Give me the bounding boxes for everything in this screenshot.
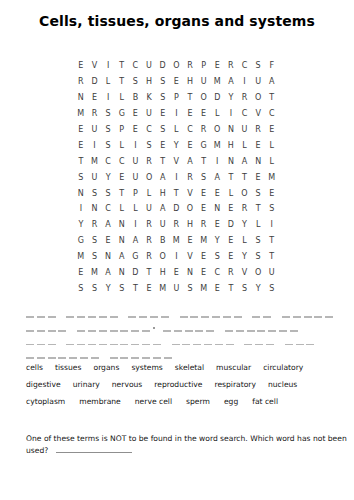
grid-cell[interactable]: T [251, 201, 265, 217]
grid-cell[interactable]: R [238, 90, 252, 106]
letter-blank [185, 330, 193, 332]
grid-cell[interactable]: S [156, 90, 170, 106]
grid-cell[interactable]: S [88, 185, 102, 201]
grid-cell[interactable]: E [129, 122, 143, 138]
grid-cell[interactable]: O [156, 249, 170, 265]
grid-cell[interactable]: P [129, 185, 143, 201]
grid-cell[interactable]: S [251, 233, 265, 249]
grid-cell[interactable]: N [74, 185, 88, 201]
grid-cell[interactable]: T [197, 153, 211, 169]
grid-cell[interactable]: R [142, 153, 156, 169]
grid-cell[interactable]: E [115, 169, 129, 185]
letter-blank [247, 330, 255, 332]
grid-cell[interactable]: M [265, 169, 279, 185]
letter-blank [206, 330, 214, 332]
grid-cell[interactable]: I [101, 90, 115, 106]
grid-cell[interactable]: R [88, 106, 102, 122]
grid-cell[interactable]: E [156, 137, 170, 153]
grid-cell[interactable]: L [115, 201, 129, 217]
grid-cell[interactable]: S [74, 169, 88, 185]
word-bank-term: reproductive [154, 380, 202, 389]
grid-cell[interactable]: E [197, 249, 211, 265]
grid-cell[interactable]: G [115, 106, 129, 122]
letter-blank [215, 344, 223, 346]
letter-blank [80, 357, 88, 359]
letter-blank [37, 344, 45, 346]
message-word-blank [163, 330, 217, 332]
grid-cell[interactable]: M [169, 233, 183, 249]
grid-cell[interactable]: E [224, 233, 238, 249]
grid-cell[interactable]: U [197, 74, 211, 90]
grid-cell[interactable]: H [183, 217, 197, 233]
grid-cell[interactable]: Y [238, 217, 252, 233]
grid-cell[interactable]: E [210, 58, 224, 74]
message-word-blank [180, 316, 245, 318]
grid-cell[interactable]: U [142, 106, 156, 122]
letter-blank [142, 330, 150, 332]
grid-cell[interactable]: N [224, 122, 238, 138]
word-bank-term: systems [131, 363, 162, 372]
grid-cell[interactable]: L [210, 106, 224, 122]
grid-cell[interactable]: E [210, 217, 224, 233]
grid-cell[interactable]: V [238, 265, 252, 281]
letter-blank [91, 357, 99, 359]
grid-cell[interactable]: C [238, 58, 252, 74]
grid-cell[interactable]: E [265, 122, 279, 138]
grid-cell[interactable]: U [142, 58, 156, 74]
grid-cell[interactable]: L [142, 185, 156, 201]
grid-cell[interactable]: N [115, 233, 129, 249]
letter-blank [204, 344, 212, 346]
grid-cell[interactable]: O [251, 90, 265, 106]
grid-cell[interactable]: I [265, 217, 279, 233]
grid-cell[interactable]: E [183, 233, 197, 249]
word-bank-term: fat cell [252, 397, 278, 406]
letter-blank [77, 330, 85, 332]
grid-cell[interactable]: E [197, 185, 211, 201]
grid-cell[interactable]: R [197, 217, 211, 233]
grid-cell[interactable]: E [142, 280, 156, 296]
grid-cell[interactable]: E [197, 265, 211, 281]
grid-cell[interactable]: I [88, 137, 102, 153]
worksheet-page: Cells, tissues, organs and systems EVITC… [0, 0, 354, 500]
grid-cell[interactable]: R [169, 217, 183, 233]
grid-cell[interactable]: L [238, 137, 252, 153]
grid-cell[interactable]: N [251, 153, 265, 169]
letter-blank [285, 344, 293, 346]
grid-cell[interactable]: S [88, 280, 102, 296]
grid-cell[interactable]: T [224, 280, 238, 296]
letter-blank [110, 330, 118, 332]
grid-cell[interactable]: Y [169, 137, 183, 153]
grid-cell[interactable]: T [238, 169, 252, 185]
word-bank-term: egg [224, 397, 238, 406]
grid-cell[interactable]: G [129, 249, 143, 265]
grid-cell[interactable]: L [224, 185, 238, 201]
grid-cell[interactable]: C [142, 122, 156, 138]
grid-cell[interactable]: E [183, 106, 197, 122]
grid-cell[interactable]: E [197, 106, 211, 122]
letter-blank [182, 344, 190, 346]
grid-cell[interactable]: E [74, 58, 88, 74]
word-bank-term: nervous [112, 380, 143, 389]
grid-cell[interactable]: A [156, 201, 170, 217]
grid-cell[interactable]: M [197, 233, 211, 249]
letter-blank [234, 316, 242, 318]
grid-cell[interactable]: S [115, 280, 129, 296]
grid-cell[interactable]: L [265, 153, 279, 169]
grid-cell[interactable]: R [224, 265, 238, 281]
grid-cell[interactable]: S [238, 280, 252, 296]
grid-cell[interactable]: N [101, 249, 115, 265]
grid-cell[interactable]: C [101, 201, 115, 217]
grid-cell[interactable]: E [251, 137, 265, 153]
grid-cell[interactable]: Y [101, 169, 115, 185]
grid-cell[interactable]: N [115, 217, 129, 233]
grid-cell[interactable]: D [129, 265, 143, 281]
grid-cell[interactable]: M [74, 106, 88, 122]
grid-cell[interactable]: E [197, 201, 211, 217]
grid-cell[interactable]: T [265, 90, 279, 106]
letter-blank [120, 344, 128, 346]
word-bank: cellstissuesorganssystemsskeletalmuscula… [26, 363, 303, 415]
grid-cell[interactable]: A [265, 74, 279, 90]
grid-cell[interactable]: G [197, 137, 211, 153]
grid-cell[interactable]: C [183, 122, 197, 138]
letter-blank [66, 316, 74, 318]
word-bank-term: tissues [55, 363, 81, 372]
grid-cell[interactable]: Y [224, 90, 238, 106]
grid-cell[interactable]: E [156, 106, 170, 122]
grid-cell[interactable]: T [224, 169, 238, 185]
letter-blank [252, 316, 260, 318]
grid-cell[interactable]: Y [210, 233, 224, 249]
grid-cell[interactable]: H [142, 74, 156, 90]
period-mark [153, 327, 155, 329]
grid-cell[interactable]: S [101, 122, 115, 138]
grid-cell[interactable]: C [129, 58, 143, 74]
grid-cell[interactable]: E [210, 280, 224, 296]
letter-blank [110, 316, 118, 318]
grid-cell[interactable]: M [74, 249, 88, 265]
grid-cell[interactable]: I [74, 201, 88, 217]
question-section: One of these terms is NOT to be found in… [26, 433, 347, 456]
grid-cell[interactable]: R [238, 201, 252, 217]
grid-cell[interactable]: M [88, 265, 102, 281]
letter-blank [128, 316, 136, 318]
grid-cell[interactable]: I [169, 169, 183, 185]
grid-cell[interactable]: L [238, 233, 252, 249]
grid-cell[interactable]: U [129, 169, 143, 185]
grid-cell[interactable]: K [142, 90, 156, 106]
grid-cell[interactable]: O [169, 58, 183, 74]
message-word-blank [172, 344, 237, 346]
grid-cell[interactable]: C [115, 153, 129, 169]
grid-cell[interactable]: T [183, 90, 197, 106]
grid-cell[interactable]: E [129, 106, 143, 122]
grid-cell[interactable]: S [251, 185, 265, 201]
grid-cell[interactable]: I [169, 106, 183, 122]
grid-cell[interactable]: I [169, 249, 183, 265]
grid-cell[interactable]: S [142, 137, 156, 153]
grid-cell[interactable]: Y [101, 280, 115, 296]
grid-cell[interactable]: I [129, 137, 143, 153]
grid-cell[interactable]: I [129, 217, 143, 233]
grid-cell[interactable]: R [142, 233, 156, 249]
grid-cell[interactable]: N [183, 265, 197, 281]
grid-cell[interactable]: N [88, 201, 102, 217]
grid-cell[interactable]: U [88, 169, 102, 185]
grid-cell[interactable]: H [224, 137, 238, 153]
word-bank-term: skeletal [175, 363, 204, 372]
grid-cell[interactable]: U [129, 153, 143, 169]
answer-blank-line[interactable] [56, 445, 132, 453]
letter-blank [77, 316, 85, 318]
grid-cell[interactable]: C [265, 106, 279, 122]
word-bank-term: digestive [26, 380, 61, 389]
grid-cell[interactable]: O [197, 90, 211, 106]
letter-blank [110, 357, 118, 359]
letter-blank [131, 357, 139, 359]
grid-cell[interactable]: N [74, 90, 88, 106]
hidden-message-lines [26, 314, 344, 368]
letter-blank [150, 316, 158, 318]
grid-cell[interactable]: H [156, 185, 170, 201]
grid-cell[interactable]: S [265, 201, 279, 217]
grid-cell[interactable]: U [251, 74, 265, 90]
letter-blank [161, 316, 169, 318]
message-word-blank [26, 316, 58, 318]
grid-cell[interactable]: M [88, 153, 102, 169]
grid-cell[interactable]: I [210, 153, 224, 169]
grid-cell[interactable]: Y [74, 217, 88, 233]
grid-cell[interactable]: T [265, 249, 279, 265]
grid-cell[interactable]: M [210, 74, 224, 90]
grid-cell[interactable]: I [224, 106, 238, 122]
word-bank-term: organs [93, 363, 119, 372]
grid-cell[interactable]: D [224, 217, 238, 233]
grid-cell[interactable]: E [169, 74, 183, 90]
grid-cell[interactable]: E [169, 265, 183, 281]
letter-blank [142, 357, 150, 359]
letter-blank [142, 344, 150, 346]
grid-cell[interactable]: T [74, 153, 88, 169]
grid-cell[interactable]: S [74, 280, 88, 296]
letter-blank [290, 330, 298, 332]
grid-cell[interactable]: Y [251, 280, 265, 296]
letter-blank [110, 344, 118, 346]
grid-cell[interactable]: S [88, 249, 102, 265]
grid-cell[interactable]: A [115, 249, 129, 265]
grid-cell[interactable]: R [197, 122, 211, 138]
grid-cell[interactable]: N [224, 153, 238, 169]
letter-blank [88, 316, 96, 318]
grid-cell[interactable]: A [210, 169, 224, 185]
grid-cell[interactable]: D [88, 74, 102, 90]
grid-cell[interactable]: L [115, 90, 129, 106]
letter-blank [37, 330, 45, 332]
word-bank-term: urinary [73, 380, 100, 389]
grid-cell[interactable]: N [210, 201, 224, 217]
grid-cell[interactable]: S [251, 249, 265, 265]
grid-cell[interactable]: V [169, 153, 183, 169]
grid-cell[interactable]: T [169, 185, 183, 201]
grid-cell[interactable]: S [88, 233, 102, 249]
grid-cell[interactable]: T [115, 185, 129, 201]
grid-cell[interactable]: U [142, 201, 156, 217]
grid-cell[interactable]: B [156, 233, 170, 249]
grid-cell[interactable]: B [129, 90, 143, 106]
letter-blank [99, 316, 107, 318]
grid-cell[interactable]: H [156, 265, 170, 281]
grid-cell[interactable]: S [101, 137, 115, 153]
grid-cell[interactable]: U [88, 122, 102, 138]
grid-cell[interactable]: C [210, 265, 224, 281]
grid-cell[interactable]: D [156, 58, 170, 74]
grid-cell[interactable]: E [74, 265, 88, 281]
grid-cell[interactable]: U [169, 280, 183, 296]
grid-cell[interactable]: S [251, 58, 265, 74]
grid-cell[interactable]: A [183, 153, 197, 169]
grid-cell[interactable]: U [238, 122, 252, 138]
message-word-blank [225, 330, 301, 332]
grid-cell[interactable]: A [238, 153, 252, 169]
grid-cell[interactable]: L [101, 74, 115, 90]
message-word-blank [285, 344, 317, 346]
grid-cell[interactable]: V [251, 106, 265, 122]
grid-cell[interactable]: H [183, 74, 197, 90]
word-bank-term: muscular [216, 363, 251, 372]
grid-cell[interactable]: M [156, 280, 170, 296]
grid-cell[interactable]: S [101, 185, 115, 201]
word-bank-row: digestiveurinarynervousreproductiverespi… [26, 380, 303, 389]
grid-cell[interactable]: P [115, 122, 129, 138]
letter-blank [223, 316, 231, 318]
letter-blank [306, 344, 314, 346]
grid-cell[interactable]: C [101, 153, 115, 169]
grid-cell[interactable]: T [265, 233, 279, 249]
grid-cell[interactable]: R [142, 217, 156, 233]
grid-cell[interactable]: G [74, 233, 88, 249]
letter-blank [172, 344, 180, 346]
letter-blank [88, 344, 96, 346]
grid-cell[interactable]: O [251, 265, 265, 281]
grid-cell[interactable]: E [74, 137, 88, 153]
letter-blank [174, 330, 182, 332]
grid-cell[interactable]: T [142, 265, 156, 281]
grid-cell[interactable]: L [169, 122, 183, 138]
grid-cell[interactable]: P [169, 90, 183, 106]
grid-cell[interactable]: V [88, 58, 102, 74]
grid-cell[interactable]: E [265, 185, 279, 201]
grid-cell[interactable]: L [115, 137, 129, 153]
grid-cell[interactable]: R [74, 74, 88, 90]
grid-cell[interactable]: S [129, 74, 143, 90]
grid-cell[interactable]: S [210, 249, 224, 265]
grid-cell[interactable]: P [197, 58, 211, 74]
grid-cell[interactable]: O [238, 185, 252, 201]
grid-cell[interactable]: E [224, 249, 238, 265]
word-bank-term: nucleus [268, 380, 297, 389]
grid-cell[interactable]: U [156, 217, 170, 233]
grid-cell[interactable]: M [210, 137, 224, 153]
grid-cell[interactable]: I [238, 74, 252, 90]
grid-cell[interactable]: A [156, 169, 170, 185]
letter-blank [201, 316, 209, 318]
grid-cell[interactable]: V [183, 185, 197, 201]
grid-cell[interactable]: A [101, 217, 115, 233]
grid-cell[interactable]: A [129, 233, 143, 249]
grid-cell[interactable]: N [115, 265, 129, 281]
grid-cell[interactable]: L [251, 217, 265, 233]
grid-cell[interactable]: T [156, 153, 170, 169]
grid-cell[interactable]: E [251, 169, 265, 185]
grid-cell[interactable]: R [251, 122, 265, 138]
letter-blank [255, 344, 263, 346]
letter-blank [257, 330, 265, 332]
grid-cell[interactable]: D [169, 201, 183, 217]
grid-cell[interactable]: S [156, 122, 170, 138]
grid-cell[interactable]: R [88, 217, 102, 233]
grid-cell[interactable]: R [183, 58, 197, 74]
grid-cell[interactable]: V [183, 249, 197, 265]
grid-cell[interactable]: E [210, 185, 224, 201]
grid-cell[interactable]: F [265, 58, 279, 74]
grid-cell[interactable]: L [265, 137, 279, 153]
question-text-line2: used? [26, 446, 48, 455]
letter-blank [212, 316, 220, 318]
letter-blank [195, 330, 203, 332]
grid-cell[interactable]: M [197, 280, 211, 296]
grid-cell[interactable]: R [183, 169, 197, 185]
letter-blank [48, 357, 56, 359]
grid-cell[interactable]: T [115, 74, 129, 90]
grid-cell[interactable]: O [142, 169, 156, 185]
grid-cell[interactable]: E [224, 201, 238, 217]
letter-blank [304, 316, 312, 318]
letter-blank [48, 316, 56, 318]
grid-cell[interactable]: S [265, 280, 279, 296]
grid-cell[interactable]: Y [238, 249, 252, 265]
message-line [26, 341, 344, 345]
grid-cell[interactable]: D [210, 90, 224, 106]
grid-cell[interactable]: S [156, 74, 170, 90]
grid-cell[interactable]: S [183, 280, 197, 296]
grid-cell[interactable]: U [265, 265, 279, 281]
grid-cell[interactable]: L [129, 201, 143, 217]
grid-cell[interactable]: I [101, 58, 115, 74]
grid-cell[interactable]: E [88, 90, 102, 106]
grid-cell[interactable]: A [224, 74, 238, 90]
grid-cell[interactable]: R [142, 249, 156, 265]
grid-cell[interactable]: E [74, 122, 88, 138]
grid-cell[interactable]: T [129, 280, 143, 296]
grid-cell[interactable]: R [224, 58, 238, 74]
letter-blank [180, 316, 188, 318]
grid-cell[interactable]: C [238, 106, 252, 122]
grid-cell[interactable]: E [101, 233, 115, 249]
grid-cell[interactable]: T [115, 58, 129, 74]
letter-blank [99, 330, 107, 332]
grid-cell[interactable]: E [183, 137, 197, 153]
grid-cell[interactable]: S [197, 169, 211, 185]
grid-cell[interactable]: S [101, 106, 115, 122]
grid-cell[interactable]: O [183, 201, 197, 217]
grid-cell[interactable]: A [101, 265, 115, 281]
message-word-blank [282, 316, 336, 318]
message-line [26, 328, 344, 332]
grid-cell[interactable]: O [210, 122, 224, 138]
